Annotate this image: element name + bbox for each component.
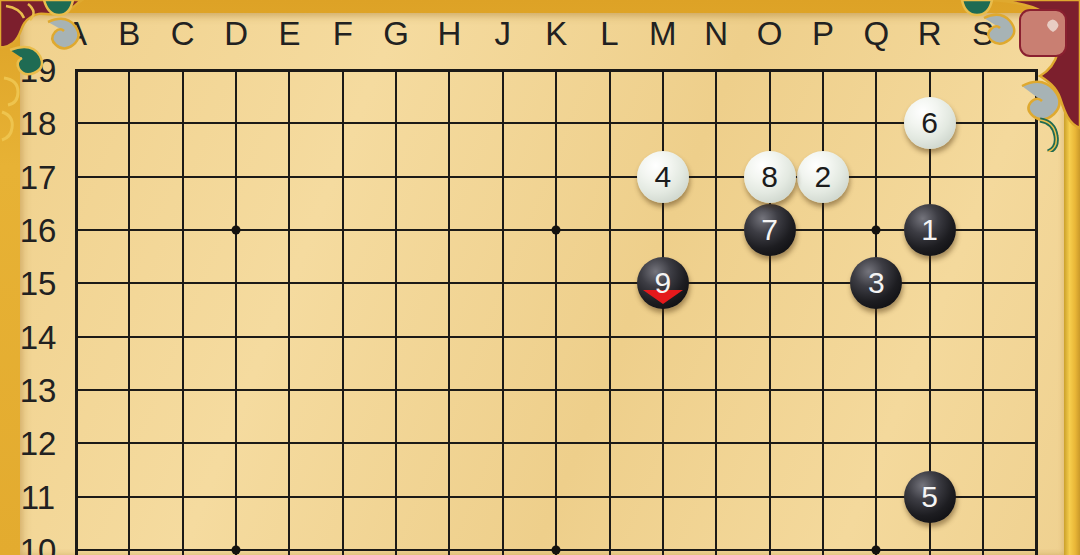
white-stone-move-8: 8 xyxy=(744,151,796,203)
grid-line-vertical xyxy=(769,69,771,555)
stone-move-number: 6 xyxy=(921,108,938,138)
white-stone-move-2: 2 xyxy=(797,151,849,203)
stone-move-number: 7 xyxy=(761,215,778,245)
column-label: S xyxy=(972,17,994,50)
star-point xyxy=(552,546,561,555)
white-stone-move-4: 4 xyxy=(637,151,689,203)
grid-line-vertical xyxy=(1035,69,1038,555)
grid-line-horizontal xyxy=(75,176,1038,178)
column-label: M xyxy=(649,17,677,50)
column-label: C xyxy=(171,17,195,50)
grid-line-vertical xyxy=(288,69,290,555)
row-label: 18 xyxy=(20,107,57,140)
row-label: 15 xyxy=(20,267,57,300)
column-label: A xyxy=(65,17,87,50)
go-app-board-screen: ABCDEFGHJKLMNOPQRST191817161514131211101… xyxy=(0,0,1080,555)
column-label: H xyxy=(438,17,462,50)
column-label: G xyxy=(383,17,409,50)
stone-move-number: 9 xyxy=(655,268,672,298)
stone-move-number: 2 xyxy=(815,162,832,192)
grid-line-vertical xyxy=(395,69,397,555)
column-label: B xyxy=(118,17,140,50)
column-label: R xyxy=(918,17,942,50)
grid-line-vertical xyxy=(182,69,184,555)
white-stone-move-6: 6 xyxy=(904,97,956,149)
grid-line-vertical xyxy=(128,69,130,555)
grid-line-vertical xyxy=(875,69,877,555)
grid-line-horizontal xyxy=(75,69,1038,72)
row-label: 17 xyxy=(20,160,57,193)
black-stone-move-7: 7 xyxy=(744,204,796,256)
stone-move-number: 5 xyxy=(921,482,938,512)
grid-line-horizontal xyxy=(75,442,1038,444)
star-point xyxy=(552,226,561,235)
row-label: 11 xyxy=(21,480,55,513)
grid-line-vertical xyxy=(235,69,237,555)
stone-move-number: 3 xyxy=(868,268,885,298)
black-stone-move-1: 1 xyxy=(904,204,956,256)
column-label: O xyxy=(757,17,783,50)
grid-line-vertical xyxy=(448,69,450,555)
column-label: Q xyxy=(863,17,889,50)
black-stone-move-5: 5 xyxy=(904,471,956,523)
grid-line-vertical xyxy=(75,69,78,555)
grid-line-horizontal xyxy=(75,389,1038,391)
grid-line-vertical xyxy=(609,69,611,555)
row-label: 13 xyxy=(20,374,57,407)
stone-move-number: 8 xyxy=(761,162,778,192)
grid-line-vertical xyxy=(662,69,664,555)
grid-line-vertical xyxy=(555,69,557,555)
black-stone-move-3: 3 xyxy=(850,257,902,309)
row-label: 16 xyxy=(20,214,57,247)
row-label: 12 xyxy=(20,427,57,460)
column-label: E xyxy=(278,17,300,50)
black-stone-move-9: 9 xyxy=(637,257,689,309)
row-label: 14 xyxy=(20,320,57,353)
grid-line-vertical xyxy=(715,69,717,555)
stone-move-number: 1 xyxy=(921,215,938,245)
star-point xyxy=(232,546,241,555)
grid-line-horizontal xyxy=(75,336,1038,338)
star-point xyxy=(872,226,881,235)
column-label: T xyxy=(1026,17,1046,50)
grid-line-vertical xyxy=(982,69,984,555)
frame-right-gold-band xyxy=(1064,0,1080,555)
column-label: F xyxy=(333,17,353,50)
star-point xyxy=(872,546,881,555)
grid-line-horizontal xyxy=(75,122,1038,124)
grid-line-horizontal xyxy=(75,496,1038,498)
star-point xyxy=(232,226,241,235)
column-label: D xyxy=(224,17,248,50)
grid-line-vertical xyxy=(502,69,504,555)
column-label: N xyxy=(704,17,728,50)
grid-line-vertical xyxy=(822,69,824,555)
column-label: K xyxy=(545,17,567,50)
row-label: 19 xyxy=(20,54,57,87)
column-label: L xyxy=(600,17,618,50)
stone-move-number: 4 xyxy=(655,162,672,192)
row-label: 10 xyxy=(20,534,57,555)
grid-line-vertical xyxy=(342,69,344,555)
column-label: J xyxy=(495,17,512,50)
column-label: P xyxy=(812,17,834,50)
